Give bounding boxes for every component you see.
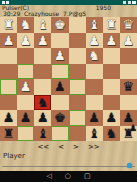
square-a1[interactable]: ♛: [120, 17, 137, 33]
wifi-icon: [128, 1, 131, 4]
signal-icon: [123, 1, 126, 4]
square-h1[interactable]: ♜: [0, 17, 17, 33]
android-nav-bar: ◁ ○ ▢: [0, 171, 137, 182]
square-g7[interactable]: ♟: [17, 110, 34, 126]
piece-black-P: ♟: [20, 111, 32, 124]
square-d1[interactable]: [69, 17, 86, 33]
piece-white-P: ♟: [20, 80, 32, 93]
square-a2[interactable]: ♟: [120, 33, 137, 49]
square-g3[interactable]: [17, 48, 34, 64]
square-b7[interactable]: ♟: [103, 110, 120, 126]
square-f7[interactable]: ♟: [34, 110, 51, 126]
piece-white-R: ♜: [105, 18, 117, 31]
square-d3[interactable]: [69, 48, 86, 64]
square-c1[interactable]: ♝: [86, 17, 103, 33]
opponent-rating: 1950: [96, 5, 111, 11]
square-e8[interactable]: [51, 126, 68, 142]
square-f4[interactable]: [34, 64, 51, 80]
square-e2[interactable]: [51, 33, 68, 49]
square-g2[interactable]: ♟: [17, 33, 34, 49]
square-a6[interactable]: [120, 95, 137, 111]
player-label: Player: [3, 152, 25, 160]
square-c7[interactable]: ♟: [86, 110, 103, 126]
piece-white-B: ♝: [88, 18, 100, 31]
square-h8[interactable]: ♜: [0, 126, 17, 142]
square-a5[interactable]: ♛: [120, 79, 137, 95]
piece-black-P: ♟: [37, 111, 49, 124]
piece-white-P: ♟: [105, 34, 117, 47]
square-b4[interactable]: [103, 64, 120, 80]
piece-black-P: ♟: [3, 111, 15, 124]
square-d7[interactable]: [69, 110, 86, 126]
square-c4[interactable]: [86, 64, 103, 80]
square-c2[interactable]: ♟: [86, 33, 103, 49]
square-f6[interactable]: ♞: [34, 95, 51, 111]
status-bar-right: [123, 1, 136, 4]
square-g8[interactable]: [17, 126, 34, 142]
piece-black-N: ♞: [105, 127, 117, 140]
first-move-button[interactable]: <<: [37, 143, 49, 151]
square-f3[interactable]: [34, 48, 51, 64]
piece-white-B: ♝: [37, 18, 49, 31]
square-g5[interactable]: ♟: [17, 79, 34, 95]
prev-move-button[interactable]: <: [58, 143, 64, 151]
square-h3[interactable]: [0, 48, 17, 64]
square-e4[interactable]: [51, 64, 68, 80]
square-h5[interactable]: [0, 79, 17, 95]
square-f5[interactable]: [34, 79, 51, 95]
back-icon[interactable]: ◁: [46, 173, 51, 180]
last-move-button[interactable]: >>: [88, 143, 100, 151]
square-a4[interactable]: [120, 64, 137, 80]
recents-icon[interactable]: ▢: [84, 173, 91, 180]
piece-black-B: ♝: [37, 127, 49, 140]
square-b1[interactable]: ♜: [103, 17, 120, 33]
piece-white-N: ♞: [20, 18, 32, 31]
piece-black-B: ♝: [88, 127, 100, 140]
piece-white-P: ♟: [54, 49, 66, 62]
square-h4[interactable]: [0, 64, 17, 80]
home-icon[interactable]: ○: [65, 173, 71, 180]
square-h2[interactable]: ♟: [0, 33, 17, 49]
square-b2[interactable]: ♟: [103, 33, 120, 49]
square-g1[interactable]: ♞: [17, 17, 34, 33]
piece-white-R: ♜: [3, 18, 15, 31]
square-f1[interactable]: ♝: [34, 17, 51, 33]
move-seekbar[interactable]: [0, 162, 137, 170]
piece-white-P: ♟: [20, 34, 32, 47]
next-move-button[interactable]: >: [73, 143, 79, 151]
square-f8[interactable]: ♝: [34, 126, 51, 142]
square-e3[interactable]: ♟: [51, 48, 68, 64]
square-e7[interactable]: ♚: [51, 110, 68, 126]
square-f2[interactable]: ♟: [34, 33, 51, 49]
piece-black-R: ♜: [3, 127, 15, 140]
square-g4[interactable]: [17, 64, 34, 80]
square-d2[interactable]: [69, 33, 86, 49]
square-e1[interactable]: ♚: [51, 17, 68, 33]
piece-black-P: ♟: [88, 111, 100, 124]
piece-black-Q: ♛: [123, 80, 135, 93]
piece-white-P: ♟: [123, 34, 135, 47]
square-h6[interactable]: [0, 95, 17, 111]
square-c6[interactable]: [86, 95, 103, 111]
piece-black-P: ♟: [54, 80, 66, 93]
app-screen: Pulser(C) 1950 30:29 Crazyhouse 7.P@g5 ♜…: [0, 0, 137, 182]
move-navigation: << < > >>: [0, 142, 137, 152]
seekbar-track[interactable]: [2, 166, 135, 167]
game-header: Pulser(C) 1950 30:29 Crazyhouse 7.P@g5: [0, 5, 137, 17]
square-b5[interactable]: [103, 79, 120, 95]
piece-white-N: ♞: [88, 49, 100, 62]
square-d6[interactable]: [69, 95, 86, 111]
square-c5[interactable]: [86, 79, 103, 95]
square-e6[interactable]: [51, 95, 68, 111]
square-c3[interactable]: ♞: [86, 48, 103, 64]
square-d8[interactable]: [69, 126, 86, 142]
battery-icon: [132, 1, 136, 4]
square-h7[interactable]: ♟: [0, 110, 17, 126]
chess-board[interactable]: ♜♞♝♚♝♜♛♟♟♟♟♟♟♟♞♟♟♛♞♟♟♟♚♟♟♟♜♝♝♞♜: [0, 17, 137, 141]
square-g6[interactable]: [17, 95, 34, 111]
piece-black-N: ♞: [37, 96, 49, 109]
piece-white-Q: ♛: [123, 18, 135, 31]
piece-black-P: ♟: [105, 111, 117, 124]
piece-white-K: ♚: [54, 18, 66, 31]
square-b3[interactable]: [103, 48, 120, 64]
piece-white-P: ♟: [37, 34, 49, 47]
black-pocket-pawn-icon[interactable]: ♟: [129, 124, 137, 133]
square-d4[interactable]: [69, 64, 86, 80]
piece-white-P: ♟: [3, 34, 15, 47]
square-b6[interactable]: [103, 95, 120, 111]
piece-white-P: ♟: [88, 34, 100, 47]
square-d5[interactable]: [69, 79, 86, 95]
seekbar-thumb[interactable]: [127, 163, 132, 168]
square-c8[interactable]: ♝: [86, 126, 103, 142]
piece-black-K: ♚: [54, 111, 66, 124]
square-a3[interactable]: [120, 48, 137, 64]
square-e5[interactable]: ♟: [51, 79, 68, 95]
square-b8[interactable]: ♞: [103, 126, 120, 142]
